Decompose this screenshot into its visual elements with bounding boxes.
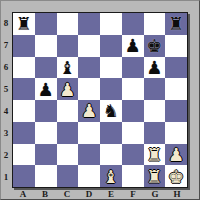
square-g2[interactable]: ♜ — [144, 144, 166, 166]
square-e3[interactable] — [100, 122, 122, 144]
square-b5[interactable]: ♟ — [35, 78, 57, 100]
square-c1[interactable] — [57, 165, 79, 187]
square-a3[interactable] — [13, 122, 35, 144]
square-g7[interactable]: ♚ — [144, 35, 166, 57]
square-f7[interactable]: ♟ — [122, 35, 144, 57]
file-label-a: A — [12, 189, 34, 199]
square-f8[interactable] — [122, 13, 144, 35]
rank-label-7: 7 — [1, 34, 11, 56]
square-b4[interactable] — [35, 100, 57, 122]
square-c4[interactable] — [57, 100, 79, 122]
square-a7[interactable] — [13, 35, 35, 57]
file-label-d: D — [78, 189, 100, 199]
square-h8[interactable]: ♜ — [165, 13, 187, 35]
square-d6[interactable] — [78, 57, 100, 79]
black-knight-e4: ♞ — [103, 100, 119, 121]
square-g4[interactable] — [144, 100, 166, 122]
square-b3[interactable] — [35, 122, 57, 144]
black-rook-h8: ♜ — [168, 13, 184, 34]
square-e7[interactable] — [100, 35, 122, 57]
file-label-g: G — [144, 189, 166, 199]
square-a5[interactable] — [13, 78, 35, 100]
square-c6[interactable]: ♝ — [57, 57, 79, 79]
square-e4[interactable]: ♞ — [100, 100, 122, 122]
square-g1[interactable]: ♜ — [144, 165, 166, 187]
white-pawn-c5: ♟ — [59, 79, 75, 100]
file-label-e: E — [100, 189, 122, 199]
white-pawn-d4: ♟ — [81, 100, 97, 121]
square-f4[interactable] — [122, 100, 144, 122]
square-e2[interactable] — [100, 144, 122, 166]
chessboard-frame: ♜♜♟♚♝♟♟♟♟♞♜♟♝♜♚ 87654321ABCDEFGH — [0, 0, 200, 200]
square-g6[interactable]: ♟ — [144, 57, 166, 79]
black-pawn-g6: ♟ — [146, 57, 162, 78]
square-a6[interactable] — [13, 57, 35, 79]
square-g3[interactable] — [144, 122, 166, 144]
file-label-f: F — [122, 189, 144, 199]
square-b1[interactable] — [35, 165, 57, 187]
rank-label-6: 6 — [1, 56, 11, 78]
rank-label-8: 8 — [1, 12, 11, 34]
square-a4[interactable] — [13, 100, 35, 122]
square-f6[interactable] — [122, 57, 144, 79]
square-d1[interactable] — [78, 165, 100, 187]
white-pawn-h2: ♟ — [168, 144, 184, 165]
square-f3[interactable] — [122, 122, 144, 144]
square-h3[interactable] — [165, 122, 187, 144]
square-c5[interactable]: ♟ — [57, 78, 79, 100]
square-e6[interactable] — [100, 57, 122, 79]
square-f5[interactable] — [122, 78, 144, 100]
square-c3[interactable] — [57, 122, 79, 144]
square-e1[interactable]: ♝ — [100, 165, 122, 187]
square-a2[interactable] — [13, 144, 35, 166]
rank-label-5: 5 — [1, 78, 11, 100]
white-rook-g2: ♜ — [146, 144, 162, 165]
square-d7[interactable] — [78, 35, 100, 57]
square-h6[interactable] — [165, 57, 187, 79]
square-g5[interactable] — [144, 78, 166, 100]
square-a8[interactable]: ♜ — [13, 13, 35, 35]
square-b6[interactable] — [35, 57, 57, 79]
file-label-b: B — [34, 189, 56, 199]
rank-label-2: 2 — [1, 144, 11, 166]
square-f1[interactable] — [122, 165, 144, 187]
square-d2[interactable] — [78, 144, 100, 166]
white-rook-g1: ♜ — [146, 166, 162, 187]
square-b8[interactable] — [35, 13, 57, 35]
square-c2[interactable] — [57, 144, 79, 166]
square-d8[interactable] — [78, 13, 100, 35]
black-rook-a8: ♜ — [16, 13, 32, 34]
square-e5[interactable] — [100, 78, 122, 100]
square-b2[interactable] — [35, 144, 57, 166]
rank-label-3: 3 — [1, 122, 11, 144]
square-h4[interactable] — [165, 100, 187, 122]
square-h7[interactable] — [165, 35, 187, 57]
black-pawn-b5: ♟ — [38, 79, 54, 100]
black-pawn-f7: ♟ — [125, 35, 141, 56]
square-b7[interactable] — [35, 35, 57, 57]
square-a1[interactable] — [13, 165, 35, 187]
square-c8[interactable] — [57, 13, 79, 35]
black-bishop-c6: ♝ — [59, 57, 75, 78]
file-label-h: H — [166, 189, 188, 199]
square-d5[interactable] — [78, 78, 100, 100]
square-g8[interactable] — [144, 13, 166, 35]
chessboard: ♜♜♟♚♝♟♟♟♟♞♜♟♝♜♚ — [12, 12, 188, 188]
white-king-h1: ♚ — [168, 166, 184, 187]
square-h1[interactable]: ♚ — [165, 165, 187, 187]
square-c7[interactable] — [57, 35, 79, 57]
square-d3[interactable] — [78, 122, 100, 144]
rank-label-4: 4 — [1, 100, 11, 122]
square-e8[interactable] — [100, 13, 122, 35]
rank-label-1: 1 — [1, 166, 11, 188]
square-h5[interactable] — [165, 78, 187, 100]
square-h2[interactable]: ♟ — [165, 144, 187, 166]
black-king-g7: ♚ — [146, 35, 162, 56]
file-label-c: C — [56, 189, 78, 199]
square-f2[interactable] — [122, 144, 144, 166]
square-d4[interactable]: ♟ — [78, 100, 100, 122]
white-bishop-e1: ♝ — [103, 166, 119, 187]
